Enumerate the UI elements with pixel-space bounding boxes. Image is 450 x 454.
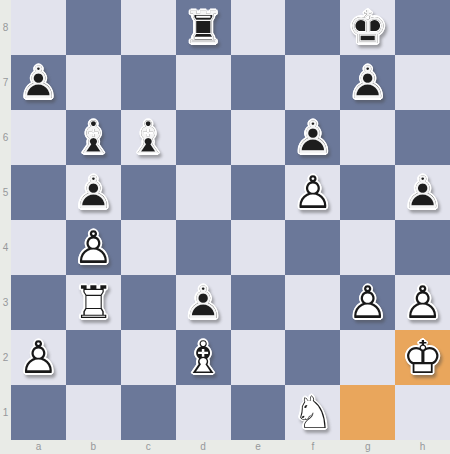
piece-black-pawn[interactable]: ♟♙ <box>340 55 395 110</box>
piece-white-pawn[interactable]: ♟♙ <box>395 275 450 330</box>
square-h8[interactable] <box>395 0 450 55</box>
file-labels: abcdefgh <box>11 440 450 454</box>
square-c7[interactable] <box>121 55 176 110</box>
rank-label-6: 6 <box>0 110 11 165</box>
square-d7[interactable] <box>176 55 231 110</box>
black-pawn-outline-glyph: ♙ <box>340 55 395 110</box>
square-g3[interactable]: ♟♙ <box>340 275 395 330</box>
square-b7[interactable] <box>66 55 121 110</box>
square-g8[interactable]: ♚♔ <box>340 0 395 55</box>
piece-white-pawn[interactable]: ♟♙ <box>11 330 66 385</box>
square-g5[interactable] <box>340 165 395 220</box>
file-label-c: c <box>121 440 176 454</box>
black-bishop-outline-glyph: ♗ <box>121 110 176 165</box>
piece-black-bishop[interactable]: ♝♗ <box>121 110 176 165</box>
piece-white-rook[interactable]: ♜♖ <box>66 275 121 330</box>
piece-black-pawn[interactable]: ♟♙ <box>285 110 340 165</box>
square-f6[interactable]: ♟♙ <box>285 110 340 165</box>
square-e5[interactable] <box>231 165 286 220</box>
square-b5[interactable]: ♟♙ <box>66 165 121 220</box>
square-f7[interactable] <box>285 55 340 110</box>
square-d2[interactable]: ♝♗ <box>176 330 231 385</box>
piece-black-pawn[interactable]: ♟♙ <box>11 55 66 110</box>
square-b3[interactable]: ♜♖ <box>66 275 121 330</box>
black-pawn-outline-glyph: ♙ <box>395 165 450 220</box>
rank-label-3: 3 <box>0 275 11 330</box>
file-label-e: e <box>231 440 286 454</box>
square-c2[interactable] <box>121 330 176 385</box>
square-d5[interactable] <box>176 165 231 220</box>
white-knight-outline-glyph: ♘ <box>285 385 340 440</box>
square-f3[interactable] <box>285 275 340 330</box>
piece-black-rook[interactable]: ♜♖ <box>176 0 231 55</box>
square-e2[interactable] <box>231 330 286 385</box>
square-e6[interactable] <box>231 110 286 165</box>
white-pawn-outline-glyph: ♙ <box>340 275 395 330</box>
square-a8[interactable] <box>11 0 66 55</box>
black-pawn-outline-glyph: ♙ <box>285 110 340 165</box>
file-label-h: h <box>395 440 450 454</box>
file-label-g: g <box>340 440 395 454</box>
file-label-f: f <box>285 440 340 454</box>
square-h3[interactable]: ♟♙ <box>395 275 450 330</box>
piece-black-pawn[interactable]: ♟♙ <box>395 165 450 220</box>
square-g6[interactable] <box>340 110 395 165</box>
square-h7[interactable] <box>395 55 450 110</box>
white-rook-outline-glyph: ♖ <box>66 275 121 330</box>
square-h4[interactable] <box>395 220 450 275</box>
black-pawn-outline-glyph: ♙ <box>176 275 231 330</box>
square-g7[interactable]: ♟♙ <box>340 55 395 110</box>
rank-label-4: 4 <box>0 220 11 275</box>
file-label-d: d <box>176 440 231 454</box>
square-f1[interactable]: ♞♘ <box>285 385 340 440</box>
white-king-outline-glyph: ♔ <box>395 330 450 385</box>
square-d6[interactable] <box>176 110 231 165</box>
chess-app: 87654321 ♜♖♚♔♟♙♟♙♝♗♝♗♟♙♟♙♟♙♟♙♟♙♜♖♟♙♟♙♟♙♟… <box>0 0 450 454</box>
square-a6[interactable] <box>11 110 66 165</box>
white-pawn-outline-glyph: ♙ <box>285 165 340 220</box>
square-c6[interactable]: ♝♗ <box>121 110 176 165</box>
square-g4[interactable] <box>340 220 395 275</box>
black-bishop-outline-glyph: ♗ <box>66 110 121 165</box>
square-e7[interactable] <box>231 55 286 110</box>
piece-black-pawn[interactable]: ♟♙ <box>176 275 231 330</box>
white-pawn-outline-glyph: ♙ <box>395 275 450 330</box>
square-d1[interactable] <box>176 385 231 440</box>
square-g2[interactable] <box>340 330 395 385</box>
square-d4[interactable] <box>176 220 231 275</box>
black-pawn-outline-glyph: ♙ <box>66 165 121 220</box>
square-c4[interactable] <box>121 220 176 275</box>
piece-white-bishop[interactable]: ♝♗ <box>176 330 231 385</box>
square-h6[interactable] <box>395 110 450 165</box>
square-h2[interactable]: ♚♔ <box>395 330 450 385</box>
square-c8[interactable] <box>121 0 176 55</box>
square-b8[interactable] <box>66 0 121 55</box>
square-a1[interactable] <box>11 385 66 440</box>
square-e8[interactable] <box>231 0 286 55</box>
piece-black-pawn[interactable]: ♟♙ <box>66 165 121 220</box>
piece-white-pawn[interactable]: ♟♙ <box>66 220 121 275</box>
black-pawn-outline-glyph: ♙ <box>11 55 66 110</box>
black-rook-outline-glyph: ♖ <box>176 0 231 55</box>
square-f4[interactable] <box>285 220 340 275</box>
rank-label-5: 5 <box>0 165 11 220</box>
square-h5[interactable]: ♟♙ <box>395 165 450 220</box>
piece-white-king[interactable]: ♚♔ <box>395 330 450 385</box>
square-a3[interactable] <box>11 275 66 330</box>
piece-black-king[interactable]: ♚♔ <box>340 0 395 55</box>
square-b4[interactable]: ♟♙ <box>66 220 121 275</box>
square-g1[interactable] <box>340 385 395 440</box>
square-c3[interactable] <box>121 275 176 330</box>
piece-white-knight[interactable]: ♞♘ <box>285 385 340 440</box>
square-b6[interactable]: ♝♗ <box>66 110 121 165</box>
file-label-a: a <box>11 440 66 454</box>
square-a5[interactable] <box>11 165 66 220</box>
square-a2[interactable]: ♟♙ <box>11 330 66 385</box>
square-e3[interactable] <box>231 275 286 330</box>
square-b1[interactable] <box>66 385 121 440</box>
rank-label-2: 2 <box>0 330 11 385</box>
square-f5[interactable]: ♟♙ <box>285 165 340 220</box>
rank-label-7: 7 <box>0 55 11 110</box>
black-king-outline-glyph: ♔ <box>340 0 395 55</box>
rank-label-1: 1 <box>0 385 11 440</box>
square-a7[interactable]: ♟♙ <box>11 55 66 110</box>
piece-white-pawn[interactable]: ♟♙ <box>340 275 395 330</box>
square-h1[interactable] <box>395 385 450 440</box>
square-f2[interactable] <box>285 330 340 385</box>
square-d8[interactable]: ♜♖ <box>176 0 231 55</box>
square-b2[interactable] <box>66 330 121 385</box>
rank-labels: 87654321 <box>0 0 11 440</box>
chess-board: ♜♖♚♔♟♙♟♙♝♗♝♗♟♙♟♙♟♙♟♙♟♙♜♖♟♙♟♙♟♙♟♙♝♗♚♔♞♘ <box>11 0 450 440</box>
square-c1[interactable] <box>121 385 176 440</box>
white-bishop-outline-glyph: ♗ <box>176 330 231 385</box>
square-e4[interactable] <box>231 220 286 275</box>
square-a4[interactable] <box>11 220 66 275</box>
square-d3[interactable]: ♟♙ <box>176 275 231 330</box>
file-label-b: b <box>66 440 121 454</box>
rank-label-8: 8 <box>0 0 11 55</box>
piece-black-bishop[interactable]: ♝♗ <box>66 110 121 165</box>
square-e1[interactable] <box>231 385 286 440</box>
white-pawn-outline-glyph: ♙ <box>11 330 66 385</box>
piece-white-pawn[interactable]: ♟♙ <box>285 165 340 220</box>
square-f8[interactable] <box>285 0 340 55</box>
white-pawn-outline-glyph: ♙ <box>66 220 121 275</box>
square-c5[interactable] <box>121 165 176 220</box>
